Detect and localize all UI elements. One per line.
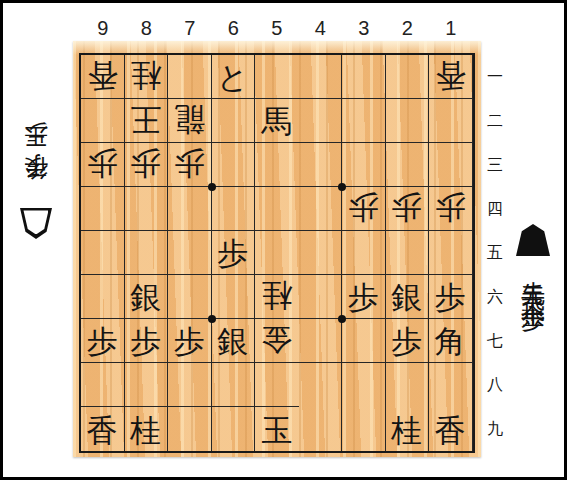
board-cell-78[interactable] [168,363,212,407]
rank-label: 一 [485,55,505,99]
board-cell-89[interactable]: 桂 [125,407,169,451]
board-cell-13[interactable] [429,143,473,187]
piece-sente-97[interactable]: 歩 [87,326,118,357]
board-cell-79[interactable] [168,407,212,451]
board-cell-85[interactable] [125,231,169,275]
board-cell-14[interactable]: 歩 [429,187,473,231]
board-cell-97[interactable]: 歩 [81,319,125,363]
board-cell-17[interactable]: 角 [429,319,473,363]
piece-sente-29[interactable]: 桂 [391,415,422,446]
star-point [338,183,346,191]
board-cell-73[interactable]: 歩 [168,143,212,187]
file-label: 2 [386,15,430,41]
star-point [208,315,216,323]
board-cell-95[interactable] [81,231,125,275]
board-cell-93[interactable]: 歩 [81,143,125,187]
board-cell-27[interactable]: 歩 [386,319,430,363]
board-cell-81[interactable]: 桂 [125,55,169,99]
board-cell-26[interactable]: 銀 [386,275,430,319]
board-cell-21[interactable] [386,55,430,99]
board-cell-33[interactable] [342,143,386,187]
board-cell-43[interactable] [299,143,343,187]
board-cell-28[interactable] [386,363,430,407]
board-cell-19[interactable]: 香 [429,407,473,451]
piece-sente-19[interactable]: 香 [435,415,466,446]
piece-gote-72[interactable]: 龍 [174,104,205,135]
sente-name-label: 先手 [517,262,549,266]
rank-labels: 一二三四五六七八九 [485,55,505,451]
board-cell-96[interactable] [81,275,125,319]
board-cell-39[interactable] [342,407,386,451]
board-cell-44[interactable] [299,187,343,231]
file-label: 9 [81,15,125,41]
gote-pawn-marker-icon [20,208,52,239]
board-cell-16[interactable]: 歩 [429,275,473,319]
board-cell-88[interactable] [125,363,169,407]
board-cell-98[interactable] [81,363,125,407]
board-cell-65[interactable]: 歩 [212,231,256,275]
board-cell-53[interactable] [255,143,299,187]
piece-gote-82[interactable]: 王 [130,104,161,135]
sente-panel: 先手 飛二金二歩 [504,224,562,290]
board-cell-32[interactable] [342,99,386,143]
gote-name-label: 後手 [20,196,52,200]
rank-label: 六 [485,275,505,319]
board-cell-99[interactable]: 香 [81,407,125,451]
file-label: 6 [212,15,256,41]
piece-sente-67[interactable]: 銀 [217,326,248,357]
star-point [208,183,216,191]
piece-gote-24[interactable]: 歩 [391,192,422,223]
piece-gote-11[interactable]: 香 [435,60,466,91]
board-cell-31[interactable] [342,55,386,99]
board-cell-35[interactable] [342,231,386,275]
board-cell-18[interactable] [429,363,473,407]
rank-label: 三 [485,143,505,187]
board-cell-64[interactable] [212,187,256,231]
board-cell-87[interactable]: 歩 [125,319,169,363]
file-labels: 987654321 [81,15,473,41]
board-cell-49[interactable] [299,407,343,451]
star-point [338,315,346,323]
rank-label: 四 [485,187,505,231]
board-cell-25[interactable] [386,231,430,275]
shogi-diagram: 987654321 香桂と香王龍馬歩歩歩歩歩歩歩銀桂歩銀歩歩歩歩銀金歩角香桂玉桂… [0,0,567,480]
file-label: 5 [255,15,299,41]
sente-hand-label: 飛二金二歩 [517,280,549,290]
board-cell-92[interactable] [81,99,125,143]
board-cell-82[interactable]: 王 [125,99,169,143]
piece-sente-17[interactable]: 角 [435,326,466,357]
piece-sente-26[interactable]: 銀 [391,282,422,313]
piece-sente-52[interactable]: 馬 [261,106,292,137]
board-cell-66[interactable] [212,275,256,319]
rank-label: 五 [485,231,505,275]
board-cell-69[interactable] [212,407,256,451]
board-cell-38[interactable] [342,363,386,407]
board-cell-42[interactable] [299,99,343,143]
board-cell-48[interactable] [299,363,343,407]
file-label: 4 [299,15,343,41]
piece-sente-59[interactable]: 玉 [261,415,292,446]
board-cell-36[interactable]: 歩 [342,275,386,319]
file-label: 7 [168,15,212,41]
piece-gote-83[interactable]: 歩 [130,148,161,179]
board-cell-91[interactable]: 香 [81,55,125,99]
gote-panel: 後手 歩三 [11,47,61,239]
board-cell-54[interactable] [255,187,299,231]
gote-hand-label: 歩三 [20,162,52,166]
board-cell-58[interactable] [255,363,299,407]
board-cell-74[interactable] [168,187,212,231]
rank-label: 七 [485,319,505,363]
board-cell-71[interactable] [168,55,212,99]
board-cell-47[interactable] [299,319,343,363]
board-cell-57[interactable]: 金 [255,319,299,363]
piece-gote-34[interactable]: 歩 [348,192,379,223]
board-cell-24[interactable]: 歩 [386,187,430,231]
file-label: 3 [342,15,386,41]
piece-sente-16[interactable]: 歩 [435,282,466,313]
board-cell-23[interactable] [386,143,430,187]
piece-gote-56[interactable]: 桂 [261,280,292,311]
sente-pawn-marker-icon [516,224,550,256]
rank-label: 八 [485,363,505,407]
board-cell-56[interactable]: 桂 [255,275,299,319]
piece-gote-81[interactable]: 桂 [130,60,161,91]
board-cell-37[interactable] [342,319,386,363]
piece-sente-36[interactable]: 歩 [348,282,379,313]
board-cell-94[interactable] [81,187,125,231]
board-cell-46[interactable] [299,275,343,319]
piece-sente-77[interactable]: 歩 [174,326,205,357]
piece-sente-99[interactable]: 香 [87,415,118,446]
board-cell-29[interactable]: 桂 [386,407,430,451]
piece-gote-14[interactable]: 歩 [435,192,466,223]
board-cell-68[interactable] [212,363,256,407]
board-cell-52[interactable]: 馬 [255,99,299,143]
piece-gote-91[interactable]: 香 [87,60,118,91]
board-grid: 香桂と香王龍馬歩歩歩歩歩歩歩銀桂歩銀歩歩歩歩銀金歩角香桂玉桂香 [79,53,475,453]
piece-gote-57[interactable]: 金 [261,324,292,355]
piece-sente-61[interactable]: と [217,62,249,93]
piece-sente-89[interactable]: 桂 [130,415,161,446]
board-cell-15[interactable] [429,231,473,275]
board-cell-11[interactable]: 香 [429,55,473,99]
piece-sente-86[interactable]: 銀 [130,282,161,313]
rank-label: 九 [485,407,505,451]
piece-sente-65[interactable]: 歩 [217,238,248,269]
board-cell-83[interactable]: 歩 [125,143,169,187]
piece-gote-73[interactable]: 歩 [174,148,205,179]
board-cell-59[interactable]: 玉 [255,407,299,451]
board-cell-77[interactable]: 歩 [168,319,212,363]
board-cell-75[interactable] [168,231,212,275]
board-cell-45[interactable] [299,231,343,275]
board-cell-41[interactable] [299,55,343,99]
board-cell-62[interactable] [212,99,256,143]
file-label: 8 [125,15,169,41]
board-cell-86[interactable]: 銀 [125,275,169,319]
board-cell-84[interactable] [125,187,169,231]
board-cell-55[interactable] [255,231,299,275]
board-cell-61[interactable]: と [212,55,256,99]
board-cell-34[interactable]: 歩 [342,187,386,231]
gote-pawn-marker-inner [24,211,49,235]
piece-sente-87[interactable]: 歩 [130,326,161,357]
rank-label: 二 [485,99,505,143]
board-cell-72[interactable]: 龍 [168,99,212,143]
board-cell-76[interactable] [168,275,212,319]
piece-gote-93[interactable]: 歩 [87,148,118,179]
file-label: 1 [429,15,473,41]
board-cell-67[interactable]: 銀 [212,319,256,363]
board-cell-63[interactable] [212,143,256,187]
board-cell-12[interactable] [429,99,473,143]
board-cell-51[interactable] [255,55,299,99]
piece-sente-27[interactable]: 歩 [391,326,422,357]
board-cell-22[interactable] [386,99,430,143]
